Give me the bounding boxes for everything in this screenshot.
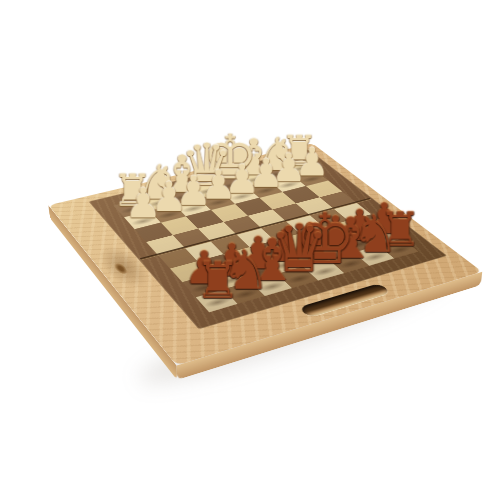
scene: ♜♞♝♛♚♝♞♜♟♟♟♟♟♟♟♟♟♟♟♟♟♟♟♟♜♞♝♛♚♝♞♜ [0, 0, 500, 500]
wooden-box: ♜♞♝♛♚♝♞♜♟♟♟♟♟♟♟♟♟♟♟♟♟♟♟♟♜♞♝♛♚♝♞♜ [48, 143, 482, 365]
pawn-glyph: ♟ [125, 183, 162, 224]
square-a8[interactable]: ♜ [196, 289, 238, 312]
rook-glyph: ♜ [195, 255, 240, 305]
wood-knot [112, 262, 130, 275]
chess-set-photo: ♜♞♝♛♚♝♞♜♟♟♟♟♟♟♟♟♟♟♟♟♟♟♟♟♜♞♝♛♚♝♞♜ [0, 0, 500, 500]
